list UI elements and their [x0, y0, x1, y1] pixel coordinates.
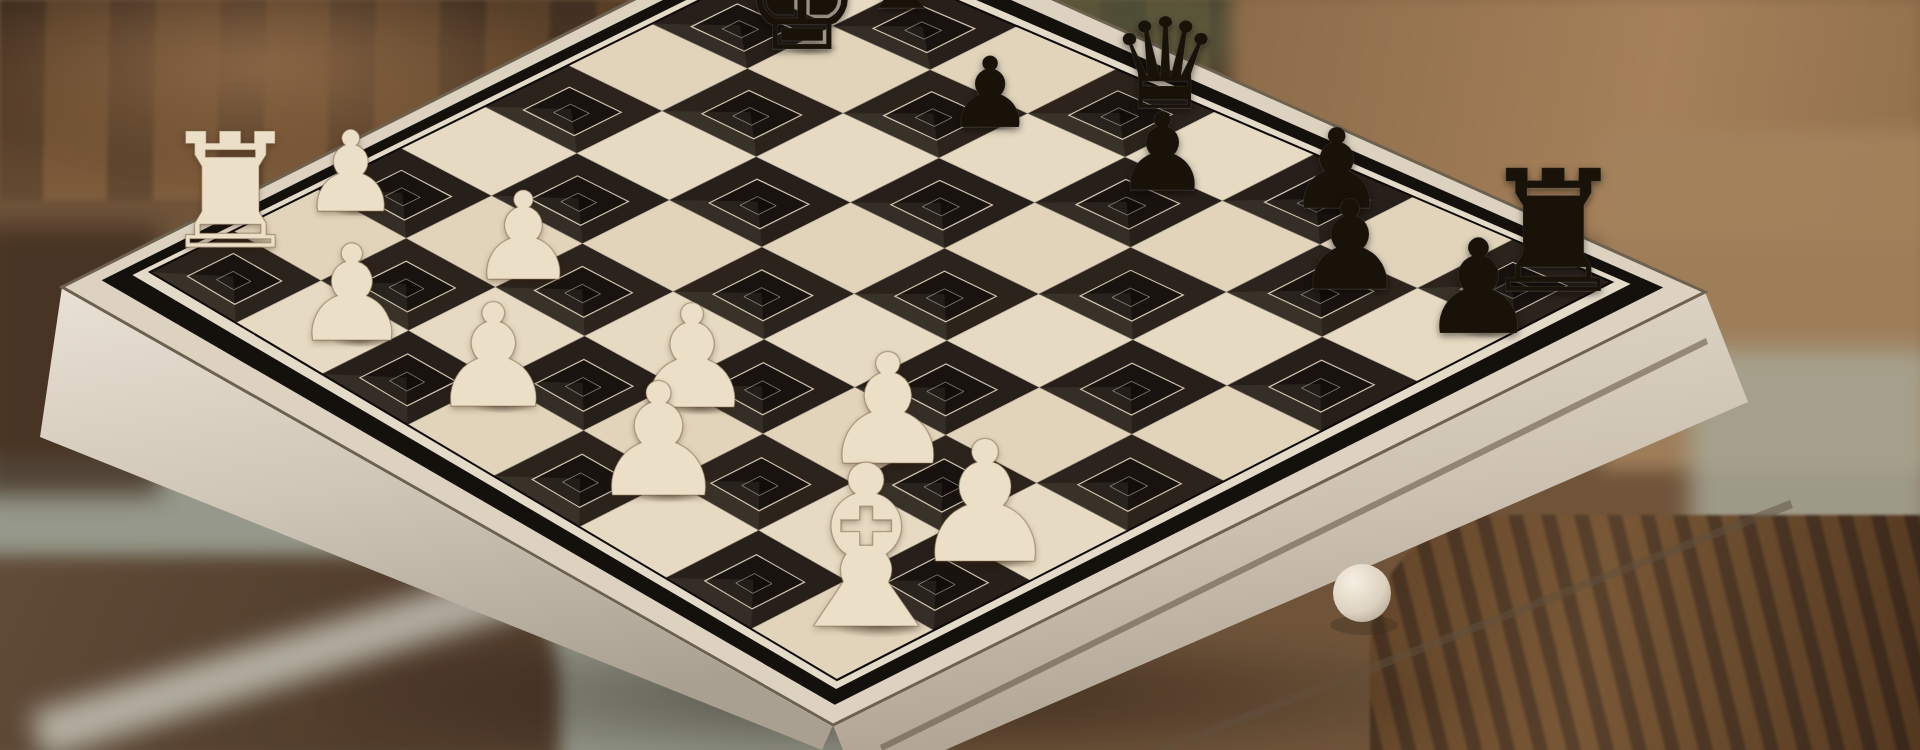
piece-white-pawn-f1[interactable]: ♟	[588, 362, 729, 519]
piece-white-pawn-b1[interactable]: ♟	[292, 228, 411, 361]
piece-black-pawn-h7[interactable]: ♟	[1420, 221, 1537, 352]
piece-white-rook-a1[interactable]: ♜	[159, 112, 302, 271]
piece-black-pawn-g7[interactable]: ♟	[1294, 184, 1405, 308]
piece-white-pawn-d1[interactable]: ♟	[429, 285, 557, 428]
piece-white-bishop-h1[interactable]: ♝	[766, 437, 967, 661]
piece-black-pawn-c7[interactable]: ♟	[946, 43, 1034, 141]
piece-black-king-a7[interactable]: ♚	[743, 0, 860, 69]
chess-photo-scene: ♜♟♟♟♟♟♟♟♟♝♝♚♛♟♟♟♟♟♜	[0, 0, 1920, 750]
piece-white-pawn-a2[interactable]: ♟	[300, 116, 400, 228]
piece-black-bishop-a8[interactable]: ♝	[857, 0, 946, 23]
pieces-layer: ♜♟♟♟♟♟♟♟♟♝♝♚♛♟♟♟♟♟♜	[0, 0, 1920, 750]
piece-black-pawn-e7[interactable]: ♟	[1114, 99, 1211, 207]
